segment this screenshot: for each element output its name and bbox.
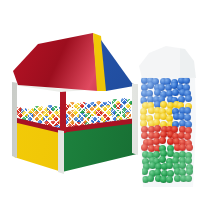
red-ball	[159, 137, 166, 144]
green-ball	[185, 157, 192, 164]
green-ball	[147, 175, 154, 182]
green-ball	[166, 176, 173, 183]
green-ball	[141, 168, 148, 175]
product-photo	[0, 0, 210, 210]
blue-ball	[183, 77, 190, 84]
blue-ball	[172, 89, 179, 96]
green-ball	[185, 175, 192, 182]
blue-ball	[147, 82, 154, 89]
blue-ball	[185, 95, 192, 102]
green-ball	[166, 162, 173, 169]
blue-ball	[184, 107, 191, 114]
red-ball	[184, 133, 191, 140]
red-ball	[186, 144, 193, 151]
